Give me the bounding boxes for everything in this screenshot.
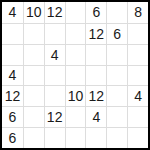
cell-r3c2[interactable]	[23, 44, 44, 65]
cell-r4c6[interactable]	[106, 65, 127, 86]
cell-r7c5[interactable]	[85, 127, 106, 148]
cell-r4c7[interactable]	[127, 65, 148, 86]
cell-r3c5[interactable]	[85, 44, 106, 65]
cell-r6c5[interactable]: 4	[85, 106, 106, 127]
cell-r4c1[interactable]: 4	[2, 65, 23, 86]
cell-r6c2[interactable]	[23, 106, 44, 127]
cell-r7c2[interactable]	[23, 127, 44, 148]
cell-r6c1[interactable]: 6	[2, 106, 23, 127]
cell-r7c3[interactable]	[44, 127, 65, 148]
cell-r1c6[interactable]	[106, 2, 127, 23]
cell-r7c4[interactable]	[65, 127, 86, 148]
cell-r3c4[interactable]	[65, 44, 86, 65]
cell-r4c3[interactable]	[44, 65, 65, 86]
cell-r1c2[interactable]: 10	[23, 2, 44, 23]
cell-r5c7[interactable]: 4	[127, 85, 148, 106]
cell-r6c4[interactable]	[65, 106, 86, 127]
cell-r1c5[interactable]: 6	[85, 2, 106, 23]
cell-r3c3[interactable]: 4	[44, 44, 65, 65]
cell-r7c6[interactable]	[106, 127, 127, 148]
cell-r6c6[interactable]	[106, 106, 127, 127]
cell-r2c4[interactable]	[65, 23, 86, 44]
cell-r1c3[interactable]: 12	[44, 2, 65, 23]
cell-r5c6[interactable]	[106, 85, 127, 106]
cell-r3c7[interactable]	[127, 44, 148, 65]
cell-r2c6[interactable]: 6	[106, 23, 127, 44]
cell-r6c3[interactable]: 12	[44, 106, 65, 127]
cell-r1c4[interactable]	[65, 2, 86, 23]
cell-r5c5[interactable]: 12	[85, 85, 106, 106]
cell-r2c2[interactable]	[23, 23, 44, 44]
cell-r4c2[interactable]	[23, 65, 44, 86]
cell-r5c2[interactable]	[23, 85, 44, 106]
cell-r3c1[interactable]	[2, 44, 23, 65]
puzzle-board: 410126812644121012461246	[0, 0, 150, 150]
cell-r7c7[interactable]	[127, 127, 148, 148]
cell-r3c6[interactable]	[106, 44, 127, 65]
cell-r4c4[interactable]	[65, 65, 86, 86]
cell-r4c5[interactable]	[85, 65, 106, 86]
cell-r1c7[interactable]: 8	[127, 2, 148, 23]
cell-r7c1[interactable]: 6	[2, 127, 23, 148]
cell-r2c1[interactable]	[2, 23, 23, 44]
cell-r2c5[interactable]: 12	[85, 23, 106, 44]
cell-r6c7[interactable]	[127, 106, 148, 127]
cell-r2c7[interactable]	[127, 23, 148, 44]
cell-r5c4[interactable]: 10	[65, 85, 86, 106]
cell-r2c3[interactable]	[44, 23, 65, 44]
cell-r5c1[interactable]: 12	[2, 85, 23, 106]
cell-r5c3[interactable]	[44, 85, 65, 106]
cell-r1c1[interactable]: 4	[2, 2, 23, 23]
